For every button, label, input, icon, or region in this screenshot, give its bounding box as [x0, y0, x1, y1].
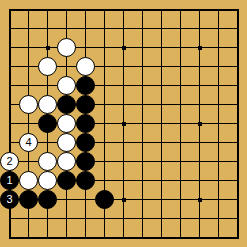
intersection-4-9[interactable] — [57, 152, 76, 171]
intersection-5-8[interactable] — [76, 133, 95, 152]
intersection-3-6[interactable] — [38, 95, 57, 114]
white-stone[interactable] — [38, 95, 57, 114]
black-stone[interactable]: 3 — [0, 190, 19, 209]
white-stone[interactable] — [19, 95, 38, 114]
white-stone[interactable] — [57, 76, 76, 95]
intersection-3-9[interactable] — [38, 152, 57, 171]
black-stone[interactable] — [95, 190, 114, 209]
black-stone[interactable] — [76, 76, 95, 95]
move-number-label: 2 — [6, 156, 12, 167]
intersection-5-5[interactable] — [76, 76, 95, 95]
black-stone[interactable] — [76, 114, 95, 133]
white-stone[interactable] — [38, 57, 57, 76]
go-board: 4213 — [0, 0, 247, 247]
black-stone[interactable] — [76, 95, 95, 114]
black-stone[interactable] — [57, 171, 76, 190]
intersection-4-5[interactable] — [57, 76, 76, 95]
intersection-5-10[interactable] — [76, 171, 95, 190]
white-stone[interactable]: 4 — [19, 133, 38, 152]
white-stone[interactable] — [57, 114, 76, 133]
intersection-4-10[interactable] — [57, 171, 76, 190]
black-stone[interactable] — [57, 95, 76, 114]
black-stone[interactable] — [76, 133, 95, 152]
intersection-2-6[interactable] — [19, 95, 38, 114]
move-number-label: 3 — [6, 194, 12, 205]
intersection-2-10[interactable] — [19, 171, 38, 190]
black-stone[interactable] — [38, 190, 57, 209]
intersection-1-10[interactable]: 1 — [0, 171, 19, 190]
white-stone[interactable] — [38, 171, 57, 190]
intersection-4-7[interactable] — [57, 114, 76, 133]
intersection-6-11[interactable] — [95, 190, 114, 209]
white-stone[interactable] — [19, 171, 38, 190]
white-stone[interactable]: 2 — [0, 152, 19, 171]
black-stone[interactable] — [76, 171, 95, 190]
white-stone[interactable] — [57, 38, 76, 57]
intersection-5-9[interactable] — [76, 152, 95, 171]
white-stone[interactable] — [57, 152, 76, 171]
intersection-4-3[interactable] — [57, 38, 76, 57]
black-stone[interactable] — [19, 190, 38, 209]
black-stone[interactable] — [38, 114, 57, 133]
white-stone[interactable] — [57, 133, 76, 152]
white-stone[interactable] — [38, 152, 57, 171]
intersection-1-11[interactable]: 3 — [0, 190, 19, 209]
move-number-label: 1 — [6, 175, 12, 186]
intersection-3-10[interactable] — [38, 171, 57, 190]
intersection-3-7[interactable] — [38, 114, 57, 133]
move-number-label: 4 — [25, 137, 31, 148]
black-stone[interactable]: 1 — [0, 171, 19, 190]
intersection-2-11[interactable] — [19, 190, 38, 209]
intersection-5-4[interactable] — [76, 57, 95, 76]
intersection-5-6[interactable] — [76, 95, 95, 114]
black-stone[interactable] — [76, 152, 95, 171]
intersection-2-8[interactable]: 4 — [19, 133, 38, 152]
intersection-1-9[interactable]: 2 — [0, 152, 19, 171]
intersection-3-4[interactable] — [38, 57, 57, 76]
intersection-4-8[interactable] — [57, 133, 76, 152]
white-stone[interactable] — [76, 57, 95, 76]
intersection-5-7[interactable] — [76, 114, 95, 133]
intersection-3-11[interactable] — [38, 190, 57, 209]
intersection-4-6[interactable] — [57, 95, 76, 114]
